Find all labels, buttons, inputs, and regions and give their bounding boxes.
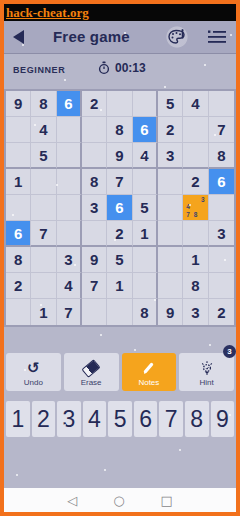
cell-r8c7[interactable] <box>158 273 183 299</box>
cell-r5c8[interactable]: 3478 <box>183 195 208 221</box>
numpad-4[interactable]: 4 <box>83 401 107 437</box>
cell-r6c2[interactable]: 7 <box>31 221 56 247</box>
cell-r4c7[interactable] <box>158 169 183 195</box>
erase-label: Erase <box>81 379 102 387</box>
cell-r5c7[interactable] <box>158 195 183 221</box>
eraser-icon <box>81 359 100 378</box>
cell-r2c4[interactable] <box>82 117 107 143</box>
cell-r7c1[interactable]: 8 <box>6 247 31 273</box>
nav-back-icon[interactable]: ◁ <box>67 494 77 507</box>
numpad-8[interactable]: 8 <box>185 401 209 437</box>
cell-r6c5[interactable]: 2 <box>107 221 132 247</box>
notes-button[interactable]: Notes <box>122 353 177 391</box>
cell-r3c5[interactable]: 9 <box>107 143 132 169</box>
cell-r3c6[interactable]: 4 <box>133 143 158 169</box>
board-area: 9862544862759438187263653478672138395124… <box>4 88 236 328</box>
cell-r1c2[interactable]: 8 <box>31 91 56 117</box>
cell-r1c9[interactable] <box>209 91 234 117</box>
header: Free game <box>4 21 236 54</box>
cell-r7c2[interactable] <box>31 247 56 273</box>
cell-r5c3[interactable] <box>57 195 82 221</box>
cell-r2c5[interactable]: 8 <box>107 117 132 143</box>
cell-r5c1[interactable] <box>6 195 31 221</box>
cell-r8c2[interactable] <box>31 273 56 299</box>
cell-r4c3[interactable] <box>57 169 82 195</box>
cell-r2c2[interactable]: 4 <box>31 117 56 143</box>
cell-r7c4[interactable]: 9 <box>82 247 107 273</box>
erase-button[interactable]: Erase <box>64 353 119 391</box>
toolbar: ↺ Undo Erase Notes 3 <box>4 353 236 391</box>
undo-label: Undo <box>24 379 43 387</box>
lightbulb-icon <box>199 359 215 377</box>
cell-r7c7[interactable] <box>158 247 183 273</box>
status-row: BEGINNER 00:13 <box>4 54 236 88</box>
app-frame: hack-cheat.org Free game <box>0 0 240 516</box>
numpad-6[interactable]: 6 <box>134 401 158 437</box>
page-title: Free game <box>53 21 130 53</box>
cell-r5c9[interactable] <box>209 195 234 221</box>
cell-r1c5[interactable] <box>107 91 132 117</box>
cell-r5c4[interactable]: 3 <box>82 195 107 221</box>
pen-icon <box>141 359 157 377</box>
hint-button[interactable]: 3 Hint <box>179 353 234 391</box>
cell-r9c8[interactable]: 3 <box>183 299 208 325</box>
cell-r9c1[interactable] <box>6 299 31 325</box>
cell-r9c5[interactable] <box>107 299 132 325</box>
cell-r3c8[interactable] <box>183 143 208 169</box>
cell-r5c6[interactable]: 5 <box>133 195 158 221</box>
sudoku-grid: 9862544862759438187263653478672138395124… <box>4 89 236 327</box>
notes-mini-grid: 3478 <box>183 195 207 220</box>
cell-r9c4[interactable] <box>82 299 107 325</box>
numpad-7[interactable]: 7 <box>159 401 183 437</box>
cell-r1c7[interactable]: 5 <box>158 91 183 117</box>
stopwatch-icon <box>98 61 110 75</box>
undo-button[interactable]: ↺ Undo <box>6 353 61 391</box>
cell-r2c6[interactable]: 6 <box>133 117 158 143</box>
number-pad: 123456789 <box>4 401 236 437</box>
cell-r8c3[interactable]: 4 <box>57 273 82 299</box>
cell-r7c5[interactable]: 5 <box>107 247 132 273</box>
cell-r3c9[interactable]: 8 <box>209 143 234 169</box>
cell-r7c6[interactable] <box>133 247 158 273</box>
cell-r9c6[interactable]: 8 <box>133 299 158 325</box>
cell-r4c6[interactable] <box>133 169 158 195</box>
cell-r8c6[interactable] <box>133 273 158 299</box>
cell-r3c4[interactable] <box>82 143 107 169</box>
cell-r6c9[interactable]: 3 <box>209 221 234 247</box>
cell-r2c9[interactable]: 7 <box>209 117 234 143</box>
cell-r1c1[interactable]: 9 <box>6 91 31 117</box>
cell-r9c3[interactable]: 7 <box>57 299 82 325</box>
nav-home-icon[interactable]: ○ <box>113 494 124 507</box>
nav-recents-icon[interactable]: □ <box>161 494 173 507</box>
hint-label: Hint <box>200 379 214 387</box>
timer-value: 00:13 <box>115 61 146 75</box>
palette-icon[interactable] <box>164 24 190 50</box>
watermark-link[interactable]: hack-cheat.org <box>6 6 89 19</box>
cell-r8c5[interactable]: 1 <box>107 273 132 299</box>
cell-r2c8[interactable] <box>183 117 208 143</box>
cell-r6c8[interactable] <box>183 221 208 247</box>
android-navbar: ◁ ○ □ <box>4 488 236 513</box>
hint-badge: 3 <box>223 345 236 358</box>
cell-r4c8[interactable]: 2 <box>183 169 208 195</box>
cell-r2c7[interactable]: 2 <box>158 117 183 143</box>
cell-r4c4[interactable]: 8 <box>82 169 107 195</box>
cell-r6c6[interactable]: 1 <box>133 221 158 247</box>
cell-r7c8[interactable]: 1 <box>183 247 208 273</box>
cell-r8c9[interactable] <box>209 273 234 299</box>
cell-r8c1[interactable]: 2 <box>6 273 31 299</box>
cell-r6c1[interactable]: 6 <box>6 221 31 247</box>
undo-icon: ↺ <box>27 361 40 376</box>
cell-r9c7[interactable]: 9 <box>158 299 183 325</box>
back-button-icon[interactable] <box>13 30 24 44</box>
difficulty-label: BEGINNER <box>13 65 65 75</box>
cell-r4c5[interactable]: 7 <box>107 169 132 195</box>
cell-r2c3[interactable] <box>57 117 82 143</box>
cell-r6c4[interactable] <box>82 221 107 247</box>
cell-r1c3[interactable]: 6 <box>57 91 82 117</box>
cell-r5c2[interactable] <box>31 195 56 221</box>
notes-label: Notes <box>138 379 159 387</box>
numpad-1[interactable]: 1 <box>6 401 30 437</box>
cell-r3c7[interactable]: 3 <box>158 143 183 169</box>
cell-r7c9[interactable] <box>209 247 234 273</box>
numpad-2[interactable]: 2 <box>32 401 56 437</box>
cell-r3c2[interactable]: 5 <box>31 143 56 169</box>
cell-r9c2[interactable]: 1 <box>31 299 56 325</box>
timer: 00:13 <box>98 61 146 75</box>
cell-r4c1[interactable]: 1 <box>6 169 31 195</box>
cell-r6c7[interactable] <box>158 221 183 247</box>
cell-r1c6[interactable] <box>133 91 158 117</box>
cell-r7c3[interactable]: 3 <box>57 247 82 273</box>
numpad-9[interactable]: 9 <box>211 401 235 437</box>
cell-r8c8[interactable]: 8 <box>183 273 208 299</box>
cell-r1c4[interactable]: 2 <box>82 91 107 117</box>
numpad-3[interactable]: 3 <box>57 401 81 437</box>
cell-r5c5[interactable]: 6 <box>107 195 132 221</box>
cell-r1c8[interactable]: 4 <box>183 91 208 117</box>
cell-r8c4[interactable]: 7 <box>82 273 107 299</box>
cell-r2c1[interactable] <box>6 117 31 143</box>
cell-r9c9[interactable]: 2 <box>209 299 234 325</box>
watermark-bar: hack-cheat.org <box>4 4 236 21</box>
cell-r3c1[interactable] <box>6 143 31 169</box>
cell-r3c3[interactable] <box>57 143 82 169</box>
numpad-5[interactable]: 5 <box>108 401 132 437</box>
cell-r4c9[interactable]: 6 <box>209 169 234 195</box>
cell-r6c3[interactable] <box>57 221 82 247</box>
list-menu-icon[interactable] <box>204 24 230 50</box>
cell-r4c2[interactable] <box>31 169 56 195</box>
